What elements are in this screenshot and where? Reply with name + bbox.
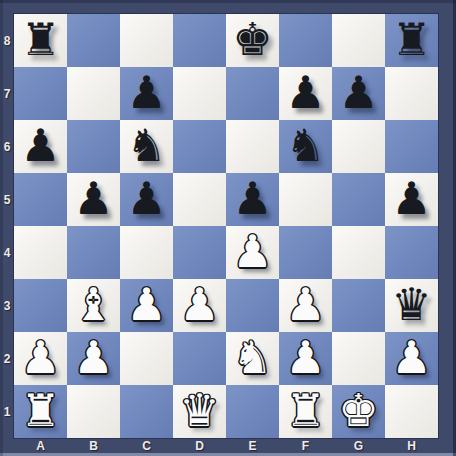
rank-label-7: 7: [0, 67, 14, 120]
square-e2[interactable]: ♞: [226, 332, 279, 385]
rank-labels: 87654321: [0, 14, 14, 438]
file-labels: ABCDEFGH: [14, 438, 438, 456]
square-e3[interactable]: [226, 279, 279, 332]
white-pawn: ♟: [126, 282, 166, 327]
square-e7[interactable]: [226, 67, 279, 120]
white-pawn: ♟: [391, 335, 431, 380]
square-d4[interactable]: [173, 226, 226, 279]
square-f6[interactable]: ♞: [279, 120, 332, 173]
square-e4[interactable]: ♟: [226, 226, 279, 279]
rank-label-1: 1: [0, 385, 14, 438]
black-pawn: ♟: [73, 176, 113, 221]
square-c8[interactable]: [120, 14, 173, 67]
rank-label-4: 4: [0, 226, 14, 279]
square-c5[interactable]: ♟: [120, 173, 173, 226]
square-d1[interactable]: ♛: [173, 385, 226, 438]
black-pawn: ♟: [338, 70, 378, 115]
black-knight: ♞: [285, 123, 325, 168]
file-label-b: B: [67, 438, 120, 456]
square-h1[interactable]: [385, 385, 438, 438]
square-b1[interactable]: [67, 385, 120, 438]
board-squares: ♜♚♜♟♟♟♟♞♞♟♟♟♟♟♝♟♟♟♛♟♟♞♟♟♜♛♜♚: [14, 14, 438, 438]
black-queen: ♛: [391, 282, 431, 327]
white-pawn: ♟: [285, 335, 325, 380]
white-pawn: ♟: [179, 282, 219, 327]
square-c6[interactable]: ♞: [120, 120, 173, 173]
rank-label-8: 8: [0, 14, 14, 67]
file-label-d: D: [173, 438, 226, 456]
white-bishop: ♝: [73, 282, 113, 327]
square-d6[interactable]: [173, 120, 226, 173]
square-b8[interactable]: [67, 14, 120, 67]
square-b6[interactable]: [67, 120, 120, 173]
square-f8[interactable]: [279, 14, 332, 67]
square-d5[interactable]: [173, 173, 226, 226]
rank-label-5: 5: [0, 173, 14, 226]
square-a6[interactable]: ♟: [14, 120, 67, 173]
square-g5[interactable]: [332, 173, 385, 226]
black-rook: ♜: [391, 17, 431, 62]
square-c2[interactable]: [120, 332, 173, 385]
black-pawn: ♟: [126, 70, 166, 115]
file-label-a: A: [14, 438, 67, 456]
square-d2[interactable]: [173, 332, 226, 385]
white-pawn: ♟: [20, 335, 60, 380]
white-knight: ♞: [232, 335, 272, 380]
square-c3[interactable]: ♟: [120, 279, 173, 332]
square-a3[interactable]: [14, 279, 67, 332]
square-c4[interactable]: [120, 226, 173, 279]
black-pawn: ♟: [232, 176, 272, 221]
square-h2[interactable]: ♟: [385, 332, 438, 385]
square-d7[interactable]: [173, 67, 226, 120]
square-f5[interactable]: [279, 173, 332, 226]
square-d8[interactable]: [173, 14, 226, 67]
square-h8[interactable]: ♜: [385, 14, 438, 67]
square-b3[interactable]: ♝: [67, 279, 120, 332]
black-pawn: ♟: [285, 70, 325, 115]
black-knight: ♞: [126, 123, 166, 168]
square-b4[interactable]: [67, 226, 120, 279]
square-g1[interactable]: ♚: [332, 385, 385, 438]
square-h5[interactable]: ♟: [385, 173, 438, 226]
square-g4[interactable]: [332, 226, 385, 279]
square-a1[interactable]: ♜: [14, 385, 67, 438]
square-f4[interactable]: [279, 226, 332, 279]
chess-board: 87654321 ♜♚♜♟♟♟♟♞♞♟♟♟♟♟♝♟♟♟♛♟♟♞♟♟♜♛♜♚ AB…: [0, 0, 456, 456]
square-a7[interactable]: [14, 67, 67, 120]
file-label-h: H: [385, 438, 438, 456]
square-e1[interactable]: [226, 385, 279, 438]
square-f2[interactable]: ♟: [279, 332, 332, 385]
square-a2[interactable]: ♟: [14, 332, 67, 385]
white-rook: ♜: [20, 388, 60, 433]
square-e5[interactable]: ♟: [226, 173, 279, 226]
rank-label-6: 6: [0, 120, 14, 173]
square-b2[interactable]: ♟: [67, 332, 120, 385]
square-d3[interactable]: ♟: [173, 279, 226, 332]
square-h3[interactable]: ♛: [385, 279, 438, 332]
black-pawn: ♟: [20, 123, 60, 168]
white-queen: ♛: [179, 388, 219, 433]
rank-label-3: 3: [0, 279, 14, 332]
square-h4[interactable]: [385, 226, 438, 279]
square-c7[interactable]: ♟: [120, 67, 173, 120]
square-e6[interactable]: [226, 120, 279, 173]
square-h7[interactable]: [385, 67, 438, 120]
file-label-g: G: [332, 438, 385, 456]
rank-label-2: 2: [0, 332, 14, 385]
black-rook: ♜: [20, 17, 60, 62]
square-c1[interactable]: [120, 385, 173, 438]
black-king: ♚: [232, 17, 272, 62]
square-g6[interactable]: [332, 120, 385, 173]
square-g8[interactable]: [332, 14, 385, 67]
square-a8[interactable]: ♜: [14, 14, 67, 67]
square-f3[interactable]: ♟: [279, 279, 332, 332]
square-g7[interactable]: ♟: [332, 67, 385, 120]
black-pawn: ♟: [126, 176, 166, 221]
white-rook: ♜: [285, 388, 325, 433]
white-pawn: ♟: [73, 335, 113, 380]
square-f1[interactable]: ♜: [279, 385, 332, 438]
white-king: ♚: [338, 388, 378, 433]
square-a4[interactable]: [14, 226, 67, 279]
square-g3[interactable]: [332, 279, 385, 332]
square-h6[interactable]: [385, 120, 438, 173]
file-label-f: F: [279, 438, 332, 456]
square-a5[interactable]: [14, 173, 67, 226]
white-pawn: ♟: [285, 282, 325, 327]
square-e8[interactable]: ♚: [226, 14, 279, 67]
square-b7[interactable]: [67, 67, 120, 120]
square-f7[interactable]: ♟: [279, 67, 332, 120]
file-label-c: C: [120, 438, 173, 456]
square-g2[interactable]: [332, 332, 385, 385]
file-label-e: E: [226, 438, 279, 456]
square-b5[interactable]: ♟: [67, 173, 120, 226]
black-pawn: ♟: [391, 176, 431, 221]
white-pawn: ♟: [232, 229, 272, 274]
